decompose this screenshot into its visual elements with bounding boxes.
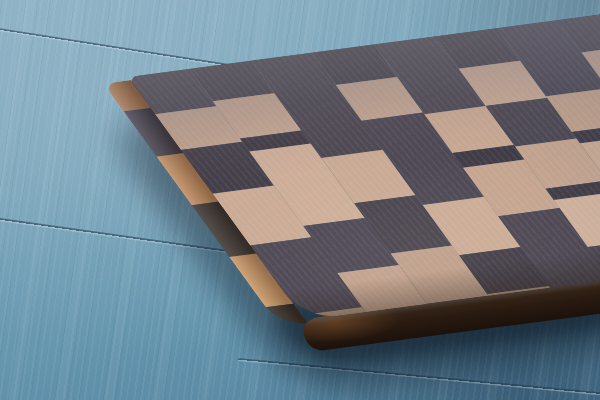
photo-scene (0, 0, 600, 400)
